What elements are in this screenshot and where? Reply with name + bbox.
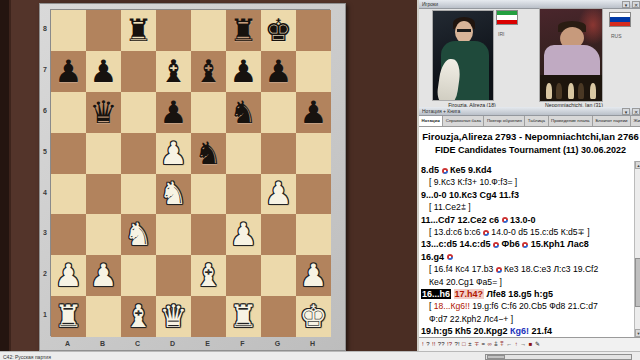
square-g8[interactable]: ♚ [261, 10, 296, 51]
square-f4[interactable] [226, 174, 261, 215]
move-token[interactable]: [ 11.Се2⩲ ] [429, 202, 471, 212]
square-d6[interactable]: ♟ [156, 92, 191, 133]
square-e6[interactable] [191, 92, 226, 133]
square-b4[interactable] [86, 174, 121, 215]
annotation-symbol-button[interactable]: ?! [455, 338, 460, 351]
horizontal-slider[interactable] [485, 354, 632, 360]
file-label-g: G [260, 340, 295, 347]
square-d7[interactable]: ♝ [156, 51, 191, 92]
file-label-a: A [50, 340, 85, 347]
square-g4[interactable]: ♟ [261, 174, 296, 215]
square-d3[interactable] [156, 214, 191, 255]
flag-code-black: RUS [611, 33, 622, 39]
square-e7[interactable]: ♝ [191, 51, 226, 92]
black-pawn-b7: ♟ [90, 56, 118, 87]
black-pawn-d6: ♟ [160, 97, 188, 128]
square-a4[interactable] [51, 174, 86, 215]
square-c5[interactable] [121, 133, 156, 174]
square-g6[interactable] [261, 92, 296, 133]
move-token[interactable]: 21.f4 [529, 326, 552, 336]
white-rook-a1: ♜ [55, 301, 83, 332]
square-d4[interactable]: ♞ [156, 174, 191, 215]
players-pane: Игроки ▾ ✕ IRI RUS Firouzja, Alireza (18 [419, 0, 640, 107]
rank-label-1: 1 [40, 295, 50, 336]
black-pawn-f7: ♟ [230, 56, 258, 87]
square-c2[interactable] [121, 255, 156, 296]
variation-line: [ 13.d:c6 b:c6 14.0-0 d5 15.c:d5 К:d5∓ ] [421, 226, 634, 238]
tab-Нотация[interactable]: Нотация [419, 116, 443, 126]
square-c4[interactable] [121, 174, 156, 215]
square-e3[interactable] [191, 214, 226, 255]
board-squares: ♜♜♚♟♟♝♝♟♟♛♟♞♟♟♞♞♟♞♟♟♟♝♟♜♝♛♜♚ [50, 9, 330, 336]
annotation-symbol-button[interactable]: = [482, 338, 486, 351]
scroll-down-icon[interactable]: ▼ [635, 329, 640, 337]
annotation-symbol-button[interactable]: ⩲ [494, 338, 498, 351]
selected-move[interactable]: 16...h6 [421, 289, 451, 299]
collapse-icon[interactable]: ▾ [622, 108, 630, 115]
black-pawn-a7: ♟ [55, 56, 83, 87]
close-icon[interactable]: ✕ [632, 108, 640, 115]
tab-Проведение плана[interactable]: Проведение плана [549, 116, 593, 126]
move-token[interactable]: Ке5 9.Кd4 [448, 165, 492, 175]
square-f5[interactable] [226, 133, 261, 174]
move-token[interactable]: Фb6 [499, 239, 522, 249]
tab-Живая книга[interactable]: Живая книга [631, 116, 640, 126]
variation-line: [ 9.Кс3 К:f3+ 10.Ф:f3= ] [421, 176, 634, 188]
annotation-symbol-button[interactable]: □ [462, 338, 466, 351]
square-g3[interactable] [261, 214, 296, 255]
file-labels: ABCDEFGH [50, 337, 330, 351]
square-d8[interactable] [156, 10, 191, 51]
annotation-symbol-button[interactable]: ← [506, 338, 512, 351]
notation-pane: Нотация + Книга ▾ ✕ НотацияСправочная ба… [419, 107, 640, 351]
move-token[interactable]: 16.g4 [421, 252, 447, 262]
square-e8[interactable] [191, 10, 226, 51]
move-token[interactable]: 19.h:g5 Кh5 20.Крg2 [421, 326, 510, 336]
white-pawn-f3: ♟ [230, 219, 258, 250]
chess-board: 87654321 ♜♜♚♟♟♝♝♟♟♛♟♞♟♟♞♞♟♞♟♟♟♝♟♜♝♛♜♚ AB… [39, 3, 346, 351]
move-token[interactable]: 18...Кg6!! [434, 301, 470, 311]
game-header: Firouzja,Alireza 2793 - Nepomniachtchi,I… [419, 127, 640, 155]
file-label-f: F [225, 340, 260, 347]
square-c1[interactable]: ♝ [121, 296, 156, 337]
russia-flag-icon [609, 12, 631, 27]
annotation-symbol-button[interactable]: ✎ [535, 338, 540, 351]
mainline-row: 16.g4 [421, 251, 634, 263]
square-b5[interactable] [86, 133, 121, 174]
white-pawn-h2: ♟ [300, 260, 328, 291]
move-list[interactable]: 8.d5 Ке5 9.Кd4[ 9.Кс3 К:f3+ 10.Ф:f3= ]9.… [419, 161, 634, 337]
square-h6[interactable]: ♟ [296, 92, 331, 133]
iran-flag-icon [496, 10, 518, 25]
square-b6[interactable]: ♛ [86, 92, 121, 133]
square-e2[interactable]: ♝ [191, 255, 226, 296]
square-f7[interactable]: ♟ [226, 51, 261, 92]
training-dot-icon [447, 254, 453, 260]
black-rook-c8: ♜ [125, 15, 153, 46]
annotation-symbol-button[interactable]: !? [447, 338, 452, 351]
move-token[interactable]: Кg6! [510, 326, 529, 336]
square-c3[interactable]: ♞ [121, 214, 156, 255]
white-bishop-e2: ♝ [195, 260, 223, 291]
file-label-b: B [85, 340, 120, 347]
player-photo-black [539, 8, 603, 102]
white-knight-c3: ♞ [125, 219, 153, 250]
move-token[interactable]: 11...Сd7 12.Се2 c6 [421, 215, 502, 225]
right-panel: Игроки ▾ ✕ IRI RUS Firouzja, Alireza (18 [417, 0, 640, 351]
rank-label-8: 8 [40, 9, 50, 50]
variation-line: Ке4 20.Сg1 Фа5= ] [421, 276, 634, 288]
white-pawn-d5: ♟ [160, 138, 188, 169]
tab-Таблица[interactable]: Таблица [525, 116, 548, 126]
chessbase-app: 87654321 ♜♜♚♟♟♝♝♟♟♛♟♞♟♟♞♞♟♞♟♟♟♝♟♜♝♛♜♚ AB… [0, 0, 640, 360]
square-d5[interactable]: ♟ [156, 133, 191, 174]
move-token[interactable]: [ 16.f4 Кс4 17.b3 [429, 264, 496, 274]
move-token[interactable]: 17.h4? [454, 289, 485, 299]
white-knight-d4: ♞ [160, 178, 188, 209]
eco-opening-label: С42: Русская партия [3, 354, 51, 360]
annotation-symbol-button[interactable]: ?? [438, 338, 445, 351]
square-f6[interactable]: ♞ [226, 92, 261, 133]
square-h5[interactable] [296, 133, 331, 174]
black-king-g8: ♚ [265, 15, 293, 46]
slider-thumb[interactable] [487, 355, 505, 359]
scroll-up-icon[interactable]: ▲ [635, 161, 640, 169]
move-token[interactable]: [ 13.d:c6 b:c6 [429, 227, 483, 237]
mainline-row: 9...0-0 10.Кс3 Сg4 11.f3 [421, 189, 634, 201]
move-token[interactable]: 8.d5 [421, 165, 442, 175]
square-g1[interactable] [261, 296, 296, 337]
square-f2[interactable] [226, 255, 261, 296]
move-token[interactable]: 13.0-0 [508, 215, 536, 225]
annotation-symbol-button[interactable]: ■ [529, 338, 533, 351]
annotation-symbol-button[interactable]: ∓ [474, 338, 479, 351]
square-f3[interactable]: ♟ [226, 214, 261, 255]
white-pawn-a2: ♟ [55, 260, 83, 291]
white-bishop-c1: ♝ [125, 301, 153, 332]
rank-label-2: 2 [40, 254, 50, 295]
square-h7[interactable] [296, 51, 331, 92]
collapse-icon[interactable]: ▾ [622, 1, 630, 8]
square-b1[interactable] [86, 296, 121, 337]
square-a6[interactable] [51, 92, 86, 133]
square-b3[interactable] [86, 214, 121, 255]
file-label-e: E [190, 340, 225, 347]
square-h4[interactable] [296, 174, 331, 215]
board-window: 87654321 ♜♜♚♟♟♝♝♟♟♛♟♞♟♟♞♞♟♞♟♟♟♝♟♜♝♛♜♚ AB… [0, 0, 417, 351]
annotation-symbol-button[interactable]: → [520, 338, 526, 351]
annotation-symbol-button[interactable]: ? [426, 338, 429, 351]
move-token[interactable]: [ 9.Кс3 К:f3+ 10.Ф:f3= ] [429, 177, 517, 187]
rank-label-3: 3 [40, 213, 50, 254]
white-rook-f1: ♜ [230, 301, 258, 332]
variation-line: Ф:d7 22.Крh2 Лс4−+ ] [421, 313, 634, 325]
move-token[interactable]: Ф:d7 22.Крh2 Лс4−+ ] [429, 314, 513, 324]
square-h1[interactable]: ♚ [296, 296, 331, 337]
move-token[interactable]: 19.g:f6 С:f6 20.Сb5 Фd8 21.С:d7 [470, 301, 598, 311]
square-g5[interactable] [261, 133, 296, 174]
square-a3[interactable] [51, 214, 86, 255]
notation-pane-title: Нотация + Книга [422, 108, 460, 114]
move-token[interactable]: Лfe8 18.g5 h:g5 [484, 289, 553, 299]
game-players-title: Firouzja,Alireza 2793 - Nepomniachtchi,I… [419, 131, 640, 142]
square-h3[interactable] [296, 214, 331, 255]
notation-pane-titlebar: Нотация + Книга ▾ ✕ [419, 107, 640, 116]
variation-line: [ 16.f4 Кс4 17.b3 Ке3 18.С:e3 Л:c3 19.Сf… [421, 263, 634, 275]
annotation-symbol-button[interactable]: ± [468, 338, 471, 351]
annotation-symbol-button[interactable]: ↑ [515, 338, 518, 351]
square-b2[interactable]: ♟ [86, 255, 121, 296]
notation-tabs: НотацияСправочная базаПовтор обученияТаб… [419, 116, 640, 127]
annotation-symbol-button[interactable]: ! [422, 338, 424, 351]
mainline-row: 8.d5 Ке5 9.Кd4 [421, 164, 634, 176]
square-g2[interactable] [261, 255, 296, 296]
black-bishop-e7: ♝ [195, 56, 223, 87]
tab-Блокнот партии[interactable]: Блокнот партии [593, 116, 631, 126]
square-c7[interactable] [121, 51, 156, 92]
square-f1[interactable]: ♜ [226, 296, 261, 337]
square-c8[interactable]: ♜ [121, 10, 156, 51]
square-f8[interactable]: ♜ [226, 10, 261, 51]
square-a1[interactable]: ♜ [51, 296, 86, 337]
flag-code-white: IRI [498, 31, 504, 37]
rank-label-5: 5 [40, 132, 50, 173]
square-h2[interactable]: ♟ [296, 255, 331, 296]
black-queen-b6: ♛ [90, 97, 118, 128]
white-pawn-b2: ♟ [90, 260, 118, 291]
square-g7[interactable]: ♟ [261, 51, 296, 92]
players-pane-titlebar: Игроки ▾ ✕ [419, 0, 640, 9]
black-pawn-g7: ♟ [265, 56, 293, 87]
black-pawn-h6: ♟ [300, 97, 328, 128]
annotation-symbol-button[interactable]: ⩱ [500, 338, 504, 351]
square-a8[interactable] [51, 10, 86, 51]
move-token[interactable]: 13...c:d5 14.c:d5 [421, 239, 493, 249]
white-pawn-g4: ♟ [265, 178, 293, 209]
mainline-row: 13...c:d5 14.c:d5 Фb6 15.Крh1 Лас8 [421, 238, 634, 250]
player-photo-white [432, 10, 494, 101]
variation-line: [ 11.Се2⩲ ] [421, 201, 634, 213]
square-h8[interactable] [296, 10, 331, 51]
variation-line: [ 18...Кg6!! 19.g:f6 С:f6 20.Сb5 Фd8 21.… [421, 300, 634, 312]
move-token[interactable]: 15.Крh1 Лас8 [528, 239, 589, 249]
move-token[interactable]: 14.0-0 d5 15.c:d5 К:d5∓ ] [489, 227, 590, 237]
square-e4[interactable] [191, 174, 226, 215]
tab-Повтор обучения[interactable]: Повтор обучения [484, 116, 525, 126]
annotation-symbol-toolbar: !?!!??!??!□±∓=∞⩲⩱←↑→■✎ [419, 337, 640, 351]
square-d1[interactable]: ♛ [156, 296, 191, 337]
white-queen-d1: ♛ [160, 301, 188, 332]
square-d2[interactable] [156, 255, 191, 296]
black-knight-e5: ♞ [195, 138, 223, 169]
file-label-c: C [120, 340, 155, 347]
square-a5[interactable] [51, 133, 86, 174]
mainline-row: 19.h:g5 Кh5 20.Крg2 Кg6! 21.f4 [421, 325, 634, 337]
mainline-row: 16...h6 17.h4? Лfe8 18.g5 h:g5 [421, 288, 634, 300]
square-c6[interactable] [121, 92, 156, 133]
square-e5[interactable]: ♞ [191, 133, 226, 174]
move-token[interactable]: Ке3 18.С:e3 Л:c3 19.Сf2 [502, 264, 599, 274]
black-bishop-d7: ♝ [160, 56, 188, 87]
game-event-title: FIDE Candidates Tournament (11) 30.06.20… [419, 145, 640, 155]
square-b8[interactable] [86, 10, 121, 51]
move-token[interactable]: Ке4 20.Сg1 Фа5= ] [429, 277, 502, 287]
black-rook-f8: ♜ [230, 15, 258, 46]
close-icon[interactable]: ✕ [632, 1, 640, 8]
rank-label-6: 6 [40, 91, 50, 132]
notation-scrollbar[interactable]: ▲ ▼ [634, 161, 640, 337]
scrollbar-thumb[interactable] [635, 258, 640, 307]
black-knight-f6: ♞ [230, 97, 258, 128]
mainline-row: 11...Сd7 12.Се2 c6 13.0-0 [421, 214, 634, 226]
file-label-h: H [295, 340, 330, 347]
annotation-symbol-button[interactable]: !! [432, 338, 435, 351]
white-king-h1: ♚ [300, 301, 328, 332]
tab-Справочная база[interactable]: Справочная база [443, 116, 484, 126]
square-a7[interactable]: ♟ [51, 51, 86, 92]
annotation-symbol-button[interactable]: ∞ [488, 338, 492, 351]
square-b7[interactable]: ♟ [86, 51, 121, 92]
square-e1[interactable] [191, 296, 226, 337]
file-label-d: D [155, 340, 190, 347]
square-a2[interactable]: ♟ [51, 255, 86, 296]
status-bar: С42: Русская партия [0, 351, 640, 360]
rank-label-4: 4 [40, 173, 50, 214]
move-token[interactable]: 9...0-0 10.Кс3 Сg4 11.f3 [421, 190, 519, 200]
players-pane-title: Игроки [422, 1, 438, 7]
rank-label-7: 7 [40, 50, 50, 91]
